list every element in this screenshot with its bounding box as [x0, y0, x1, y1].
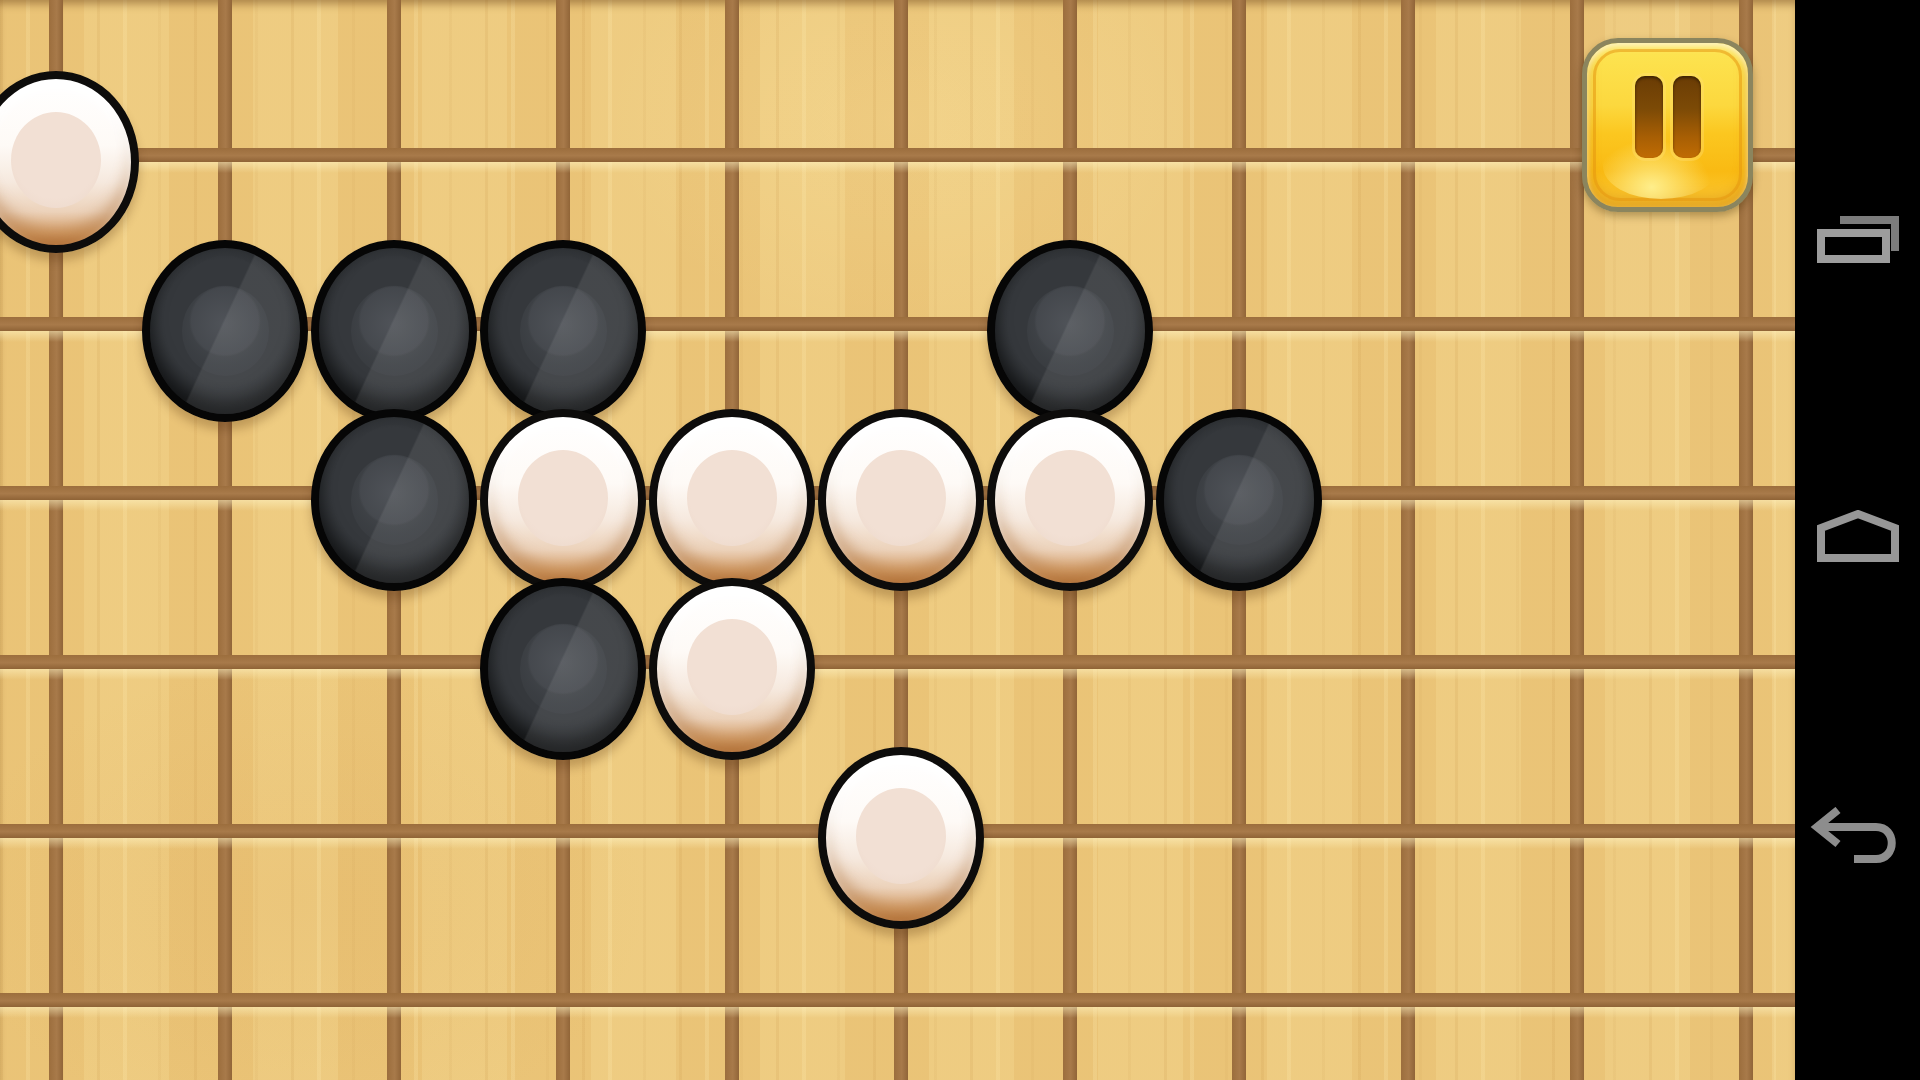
recents-button[interactable] — [1795, 184, 1920, 294]
stone-white — [480, 409, 646, 591]
stone-black — [1156, 409, 1322, 591]
grid-line-horizontal — [0, 655, 1795, 669]
stone-black — [480, 240, 646, 422]
stone-black — [987, 240, 1153, 422]
stone-black — [311, 409, 477, 591]
stone-white — [818, 747, 984, 929]
stone-white — [649, 578, 815, 760]
home-button[interactable] — [1795, 481, 1920, 591]
game-screen — [0, 0, 1920, 1080]
recents-icon — [1816, 215, 1900, 263]
stone-black — [142, 240, 308, 422]
back-button[interactable] — [1795, 781, 1920, 891]
android-navigation-bar — [1795, 0, 1920, 1080]
pause-icon — [1673, 76, 1701, 158]
stone-black — [311, 240, 477, 422]
grid-line-horizontal — [0, 993, 1795, 1007]
pause-icon — [1635, 76, 1663, 158]
home-icon — [1816, 510, 1900, 562]
stone-white — [649, 409, 815, 591]
stone-white — [987, 409, 1153, 591]
back-icon — [1810, 807, 1906, 865]
pause-button[interactable] — [1582, 38, 1753, 212]
stone-black — [480, 578, 646, 760]
stone-white — [0, 71, 139, 253]
stone-white — [818, 409, 984, 591]
gomoku-board[interactable] — [0, 0, 1795, 1080]
grid-line-horizontal — [0, 148, 1795, 162]
